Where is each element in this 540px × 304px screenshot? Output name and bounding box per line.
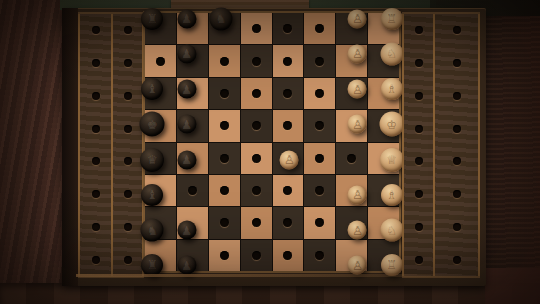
piece-black-pawn-c2r3[interactable]: ♟ xyxy=(177,80,196,99)
peg-hole xyxy=(315,218,324,227)
white-rook-glyph: ♖ xyxy=(386,13,397,25)
peg-hole xyxy=(252,24,261,33)
square-c6r2[interactable] xyxy=(304,45,335,76)
tray-left-strip-1 xyxy=(78,14,111,276)
square-c1r2[interactable] xyxy=(145,45,176,76)
black-knight-glyph: ♞ xyxy=(147,224,158,236)
black-bishop-glyph: ♝ xyxy=(147,83,158,95)
square-c3r2[interactable] xyxy=(209,45,240,76)
peg-hole xyxy=(283,121,292,130)
peg-hole xyxy=(283,89,292,98)
peg-hole xyxy=(453,223,461,231)
white-bishop-glyph: ♗ xyxy=(386,189,397,201)
peg-hole xyxy=(453,59,461,67)
square-c5r7[interactable] xyxy=(273,207,304,238)
piece-white-pawn-c7r1[interactable]: ♙ xyxy=(348,9,367,28)
white-pawn-glyph: ♙ xyxy=(284,154,295,166)
square-c2r6[interactable] xyxy=(177,175,208,206)
peg-hole xyxy=(415,157,423,165)
peg-hole xyxy=(92,190,100,198)
peg-hole xyxy=(188,186,197,195)
peg-hole xyxy=(283,57,292,66)
square-c6r3[interactable] xyxy=(304,78,335,109)
peg-hole xyxy=(252,89,261,98)
white-pawn-glyph: ♙ xyxy=(352,83,363,95)
piece-white-queen-c8r5[interactable]: ♕ xyxy=(380,148,404,172)
peg-hole xyxy=(453,157,461,165)
peg-hole xyxy=(252,57,261,66)
box-left-edge-shadow xyxy=(62,8,78,286)
piece-white-pawn-c7r3[interactable]: ♙ xyxy=(348,80,367,99)
white-queen-glyph: ♕ xyxy=(386,154,397,166)
peg-hole xyxy=(124,26,132,34)
right-piece-tray xyxy=(402,12,480,278)
square-c5r4[interactable] xyxy=(273,110,304,141)
peg-hole xyxy=(415,26,423,34)
piece-white-pawn-c7r7[interactable]: ♙ xyxy=(348,221,367,240)
black-pawn-glyph: ♟ xyxy=(181,118,192,130)
peg-hole xyxy=(124,256,132,264)
peg-hole xyxy=(415,190,423,198)
white-knight-glyph: ♘ xyxy=(386,224,397,236)
peg-hole xyxy=(415,256,423,264)
square-c4r7[interactable] xyxy=(241,207,272,238)
peg-hole xyxy=(283,24,292,33)
square-c4r6[interactable] xyxy=(241,175,272,206)
peg-hole xyxy=(156,57,165,66)
square-c4r1[interactable] xyxy=(241,13,272,44)
black-bishop-glyph: ♝ xyxy=(147,189,158,201)
white-knight-glyph: ♘ xyxy=(386,48,397,60)
peg-hole xyxy=(315,121,324,130)
peg-hole xyxy=(220,218,229,227)
black-pawn-glyph: ♟ xyxy=(181,259,192,271)
piece-black-pawn-c2r2[interactable]: ♟ xyxy=(177,44,196,63)
square-c5r3[interactable] xyxy=(273,78,304,109)
piece-white-knight-c8r7[interactable]: ♘ xyxy=(380,219,403,242)
piece-black-pawn-c2r5[interactable]: ♟ xyxy=(177,150,196,169)
piece-white-pawn-c7r4[interactable]: ♙ xyxy=(348,115,367,134)
square-c6r8[interactable] xyxy=(304,240,335,271)
black-pawn-glyph: ♟ xyxy=(181,13,192,25)
background-green-strip-right xyxy=(306,0,436,8)
peg-hole xyxy=(453,26,461,34)
piece-black-bishop-c1r6[interactable]: ♝ xyxy=(141,184,163,206)
peg-hole xyxy=(124,92,132,100)
peg-hole xyxy=(453,256,461,264)
black-knight-glyph: ♞ xyxy=(215,13,226,25)
square-c6r5[interactable] xyxy=(304,143,335,174)
peg-hole xyxy=(453,190,461,198)
square-c4r3[interactable] xyxy=(241,78,272,109)
piece-black-pawn-c2r4[interactable]: ♟ xyxy=(177,115,196,134)
peg-hole xyxy=(220,251,229,260)
white-pawn-glyph: ♙ xyxy=(352,189,363,201)
piece-white-pawn-c7r6[interactable]: ♙ xyxy=(348,185,367,204)
peg-hole xyxy=(220,57,229,66)
peg-hole xyxy=(220,154,229,163)
peg-hole xyxy=(220,121,229,130)
piece-black-pawn-c2r7[interactable]: ♟ xyxy=(177,221,196,240)
square-c3r8[interactable] xyxy=(209,240,240,271)
peg-hole xyxy=(92,125,100,133)
piece-black-king-c1r4[interactable]: ♚ xyxy=(140,112,165,137)
piece-white-bishop-c8r6[interactable]: ♗ xyxy=(381,184,403,206)
peg-hole xyxy=(124,59,132,67)
peg-hole xyxy=(315,24,324,33)
black-king-glyph: ♚ xyxy=(147,118,158,130)
square-c3r6[interactable] xyxy=(209,175,240,206)
square-c4r8[interactable] xyxy=(241,240,272,271)
peg-hole xyxy=(347,154,356,163)
peg-hole xyxy=(92,256,100,264)
peg-hole xyxy=(252,218,261,227)
peg-hole xyxy=(315,57,324,66)
piece-black-bishop-c1r3[interactable]: ♝ xyxy=(141,78,163,100)
square-c6r7[interactable] xyxy=(304,207,335,238)
square-c3r7[interactable] xyxy=(209,207,240,238)
black-queen-glyph: ♛ xyxy=(147,154,158,166)
white-king-glyph: ♔ xyxy=(386,118,397,130)
peg-hole xyxy=(415,92,423,100)
tray-right-strip-2 xyxy=(433,14,480,276)
piece-white-pawn-c7r2[interactable]: ♙ xyxy=(348,44,367,63)
square-c7r5[interactable] xyxy=(336,143,367,174)
square-c6r1[interactable] xyxy=(304,13,335,44)
square-c6r6[interactable] xyxy=(304,175,335,206)
square-c5r8[interactable] xyxy=(273,240,304,271)
peg-hole xyxy=(415,125,423,133)
tray-right-strip-1 xyxy=(402,14,433,276)
black-rook-glyph: ♜ xyxy=(147,259,158,271)
peg-hole xyxy=(252,121,261,130)
white-bishop-glyph: ♗ xyxy=(386,83,397,95)
peg-hole xyxy=(415,223,423,231)
peg-hole xyxy=(283,186,292,195)
piece-black-knight-c1r7[interactable]: ♞ xyxy=(141,219,164,242)
white-rook-glyph: ♖ xyxy=(386,259,397,271)
square-c3r4[interactable] xyxy=(209,110,240,141)
white-pawn-glyph: ♙ xyxy=(352,13,363,25)
black-pawn-glyph: ♟ xyxy=(181,224,192,236)
piece-black-knight-c3r1[interactable]: ♞ xyxy=(209,7,232,30)
piece-white-pawn-c7r8[interactable]: ♙ xyxy=(348,256,367,275)
peg-hole xyxy=(315,89,324,98)
tray-left-strip-2 xyxy=(111,14,144,276)
peg-hole xyxy=(220,186,229,195)
peg-hole xyxy=(453,92,461,100)
peg-hole xyxy=(415,59,423,67)
frame-bottom-trim xyxy=(76,274,466,277)
piece-white-king-c8r4[interactable]: ♔ xyxy=(379,112,404,137)
piece-white-bishop-c8r3[interactable]: ♗ xyxy=(381,78,403,100)
square-c5r2[interactable] xyxy=(273,45,304,76)
peg-hole xyxy=(124,190,132,198)
peg-hole xyxy=(92,26,100,34)
white-pawn-glyph: ♙ xyxy=(352,118,363,130)
peg-hole xyxy=(220,89,229,98)
peg-hole xyxy=(315,251,324,260)
piece-black-rook-c1r1[interactable]: ♜ xyxy=(141,8,163,30)
left-piece-tray xyxy=(78,12,144,278)
black-pawn-glyph: ♟ xyxy=(181,154,192,166)
peg-hole xyxy=(92,223,100,231)
square-c5r1[interactable] xyxy=(273,13,304,44)
square-c4r4[interactable] xyxy=(241,110,272,141)
table-grain-bottom xyxy=(0,283,540,304)
peg-hole xyxy=(124,157,132,165)
peg-hole xyxy=(315,186,324,195)
peg-hole xyxy=(252,251,261,260)
peg-hole xyxy=(92,59,100,67)
square-c6r4[interactable] xyxy=(304,110,335,141)
table-corner-bottom-right xyxy=(485,268,540,304)
chess-box: ♜♟♞♙♖♟♙♘♝♟♙♗♚♟♙♔♛♟♙♕♝♙♗♞♟♙♘♜♟♙♖ xyxy=(62,8,486,286)
white-pawn-glyph: ♙ xyxy=(352,259,363,271)
square-c3r3[interactable] xyxy=(209,78,240,109)
peg-hole xyxy=(283,251,292,260)
white-pawn-glyph: ♙ xyxy=(352,224,363,236)
piece-white-rook-c8r1[interactable]: ♖ xyxy=(381,8,403,30)
black-pawn-glyph: ♟ xyxy=(181,48,192,60)
piece-black-queen-c1r5[interactable]: ♛ xyxy=(140,148,164,172)
square-c3r5[interactable] xyxy=(209,143,240,174)
black-pawn-glyph: ♟ xyxy=(181,83,192,95)
white-pawn-glyph: ♙ xyxy=(352,48,363,60)
peg-hole xyxy=(453,125,461,133)
square-c4r5[interactable] xyxy=(241,143,272,174)
piece-black-pawn-c2r1[interactable]: ♟ xyxy=(177,9,196,28)
black-rook-glyph: ♜ xyxy=(147,13,158,25)
peg-hole xyxy=(315,154,324,163)
square-c5r6[interactable] xyxy=(273,175,304,206)
peg-hole xyxy=(283,218,292,227)
piece-white-pawn-c5r5[interactable]: ♙ xyxy=(280,150,299,169)
table-grain-left xyxy=(0,0,66,304)
peg-hole xyxy=(92,157,100,165)
piece-white-knight-c8r2[interactable]: ♘ xyxy=(380,42,403,65)
peg-hole xyxy=(252,154,261,163)
peg-hole xyxy=(124,223,132,231)
peg-hole xyxy=(92,92,100,100)
peg-hole xyxy=(252,186,261,195)
square-c4r2[interactable] xyxy=(241,45,272,76)
chess-photo-scene: ♜♟♞♙♖♟♙♘♝♟♙♗♚♟♙♔♛♟♙♕♝♙♗♞♟♙♘♜♟♙♖ xyxy=(0,0,540,304)
peg-hole xyxy=(124,125,132,133)
piece-black-pawn-c2r8[interactable]: ♟ xyxy=(177,256,196,275)
